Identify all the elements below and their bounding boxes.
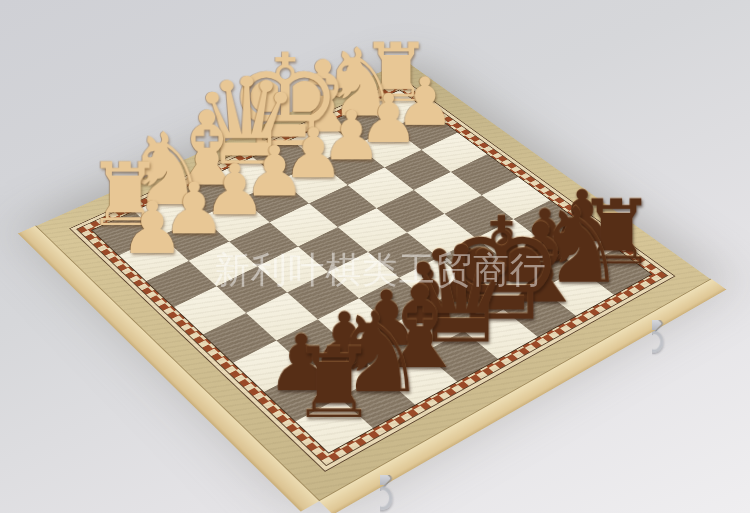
square-a5 [203, 313, 276, 362]
perspective-container: ♜♟♞♟♝♟♚♟♛♟♝♟♟♞♜♟♟♜♞♟♟♝♟♚♟♛♟♝♟♞♟♜ [0, 0, 750, 513]
square-b4 [217, 266, 288, 313]
white-pawn-icon: ♟ [120, 192, 185, 264]
square-a3 [146, 261, 217, 307]
square-c4 [258, 247, 328, 293]
black-rook-icon: ♜ [290, 335, 377, 432]
clasp-ring-icon [372, 486, 392, 510]
square-a4 [174, 286, 246, 334]
chess-set-photo-scene: ♜♟♞♟♝♟♚♟♛♟♝♟♟♞♜♟♟♜♞♟♟♝♟♚♟♛♟♝♟♞♟♜ 新利叶棋类工贸… [0, 0, 750, 513]
clasp-ring-icon [645, 331, 664, 353]
chess-board: ♜♟♞♟♝♟♚♟♛♟♝♟♟♞♜♟♟♜♞♟♟♝♟♚♟♛♟♝♟♞♟♜ [36, 61, 710, 500]
